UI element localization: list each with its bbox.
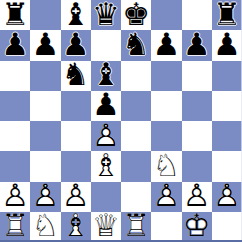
piece-glyph: ♞: [61, 61, 91, 91]
square-a7[interactable]: ♟: [0, 30, 30, 60]
square-h4[interactable]: [212, 121, 242, 151]
square-f5[interactable]: [151, 91, 181, 121]
piece-fill-layer: ♚: [182, 212, 212, 242]
square-e3[interactable]: [121, 151, 151, 181]
square-e6[interactable]: [121, 61, 151, 91]
square-c1[interactable]: ♝♗: [61, 212, 91, 242]
square-d8[interactable]: ♛: [91, 0, 121, 30]
piece-fill-layer: ♜: [0, 212, 30, 242]
square-a3[interactable]: [0, 151, 30, 181]
square-c2[interactable]: ♟♙: [61, 182, 91, 212]
piece-glyph: ♝: [61, 0, 91, 30]
white-pawn-icon[interactable]: ♟♙: [91, 121, 121, 151]
square-g3[interactable]: [182, 151, 212, 181]
square-c7[interactable]: ♟: [61, 30, 91, 60]
square-h1[interactable]: [212, 212, 242, 242]
white-pawn-icon[interactable]: ♟♙: [182, 182, 212, 212]
piece-glyph: ♞: [121, 30, 151, 60]
white-pawn-icon[interactable]: ♟♙: [151, 182, 181, 212]
board-right-edge-line: [241, 0, 242, 240]
square-a5[interactable]: [0, 91, 30, 121]
white-rook-icon[interactable]: ♜♖: [121, 212, 151, 242]
square-f6[interactable]: [151, 61, 181, 91]
square-b8[interactable]: [30, 0, 60, 30]
square-a4[interactable]: [0, 121, 30, 151]
square-e2[interactable]: [121, 182, 151, 212]
square-g1[interactable]: ♚♔: [182, 212, 212, 242]
white-pawn-icon[interactable]: ♟♙: [61, 182, 91, 212]
square-b3[interactable]: [30, 151, 60, 181]
square-g2[interactable]: ♟♙: [182, 182, 212, 212]
white-pawn-icon[interactable]: ♟♙: [212, 182, 242, 212]
square-a6[interactable]: [0, 61, 30, 91]
square-c4[interactable]: [61, 121, 91, 151]
square-a8[interactable]: ♜: [0, 0, 30, 30]
square-g8[interactable]: [182, 0, 212, 30]
square-a2[interactable]: ♟♙: [0, 182, 30, 212]
square-g7[interactable]: ♟: [182, 30, 212, 60]
square-b5[interactable]: [30, 91, 60, 121]
black-pawn-icon[interactable]: ♟: [30, 30, 60, 60]
piece-outline-layer: ♗: [61, 212, 91, 242]
piece-outline-layer: ♕: [91, 212, 121, 242]
square-c8[interactable]: ♝: [61, 0, 91, 30]
piece-fill-layer: ♟: [30, 182, 60, 212]
square-h3[interactable]: [212, 151, 242, 181]
black-knight-icon[interactable]: ♞: [121, 30, 151, 60]
square-a1[interactable]: ♜♖: [0, 212, 30, 242]
square-g6[interactable]: [182, 61, 212, 91]
piece-glyph: ♟: [0, 30, 30, 60]
white-bishop-icon[interactable]: ♝♗: [91, 151, 121, 181]
white-knight-icon[interactable]: ♞♘: [30, 212, 60, 242]
piece-glyph: ♟: [182, 30, 212, 60]
square-f8[interactable]: [151, 0, 181, 30]
black-pawn-icon[interactable]: ♟: [61, 30, 91, 60]
square-f3[interactable]: ♞♘: [151, 151, 181, 181]
square-f7[interactable]: ♟: [151, 30, 181, 60]
piece-fill-layer: ♟: [61, 182, 91, 212]
piece-glyph: ♟: [91, 91, 121, 121]
square-d1[interactable]: ♛♕: [91, 212, 121, 242]
piece-outline-layer: ♙: [61, 182, 91, 212]
piece-outline-layer: ♙: [182, 182, 212, 212]
piece-fill-layer: ♜: [121, 212, 151, 242]
piece-glyph: ♚: [121, 0, 151, 30]
square-d7[interactable]: [91, 30, 121, 60]
white-pawn-icon[interactable]: ♟♙: [30, 182, 60, 212]
square-d2[interactable]: [91, 182, 121, 212]
piece-outline-layer: ♙: [30, 182, 60, 212]
piece-glyph: ♜: [212, 0, 242, 30]
piece-fill-layer: ♝: [61, 212, 91, 242]
square-d6[interactable]: ♝: [91, 61, 121, 91]
piece-outline-layer: ♗: [91, 151, 121, 181]
square-g5[interactable]: [182, 91, 212, 121]
square-b4[interactable]: [30, 121, 60, 151]
piece-fill-layer: ♟: [0, 182, 30, 212]
piece-outline-layer: ♖: [121, 212, 151, 242]
piece-outline-layer: ♙: [212, 182, 242, 212]
square-c6[interactable]: ♞: [61, 61, 91, 91]
white-bishop-icon[interactable]: ♝♗: [61, 212, 91, 242]
white-king-icon[interactable]: ♚♔: [182, 212, 212, 242]
piece-glyph: ♟: [61, 30, 91, 60]
black-bishop-icon[interactable]: ♝: [61, 0, 91, 30]
piece-fill-layer: ♟: [212, 182, 242, 212]
square-e7[interactable]: ♞: [121, 30, 151, 60]
black-pawn-icon[interactable]: ♟: [182, 30, 212, 60]
square-f1[interactable]: [151, 212, 181, 242]
piece-glyph: ♝: [91, 61, 121, 91]
square-b6[interactable]: [30, 61, 60, 91]
piece-fill-layer: ♞: [30, 212, 60, 242]
square-h8[interactable]: ♜: [212, 0, 242, 30]
square-e4[interactable]: [121, 121, 151, 151]
piece-outline-layer: ♙: [151, 182, 181, 212]
black-queen-icon[interactable]: ♛: [91, 0, 121, 30]
square-b1[interactable]: ♞♘: [30, 212, 60, 242]
square-f2[interactable]: ♟♙: [151, 182, 181, 212]
piece-glyph: ♟: [212, 30, 242, 60]
piece-outline-layer: ♙: [91, 121, 121, 151]
square-h7[interactable]: ♟: [212, 30, 242, 60]
piece-fill-layer: ♟: [182, 182, 212, 212]
square-e5[interactable]: [121, 91, 151, 121]
piece-fill-layer: ♝: [91, 151, 121, 181]
black-pawn-icon[interactable]: ♟: [212, 30, 242, 60]
piece-glyph: ♟: [30, 30, 60, 60]
piece-outline-layer: ♘: [151, 151, 181, 181]
piece-outline-layer: ♖: [0, 212, 30, 242]
black-knight-icon[interactable]: ♞: [61, 61, 91, 91]
chess-board: ♜♝♛♚♜♟♟♟♞♟♟♟♞♝♟♟♙♝♗♞♘♟♙♟♙♟♙♟♙♟♙♟♙♜♖♞♘♝♗♛…: [0, 0, 242, 242]
piece-glyph: ♛: [91, 0, 121, 30]
square-c5[interactable]: [61, 91, 91, 121]
white-rook-icon[interactable]: ♜♖: [0, 212, 30, 242]
piece-fill-layer: ♛: [91, 212, 121, 242]
square-h2[interactable]: ♟♙: [212, 182, 242, 212]
black-bishop-icon[interactable]: ♝: [91, 61, 121, 91]
white-knight-icon[interactable]: ♞♘: [151, 151, 181, 181]
black-rook-icon[interactable]: ♜: [0, 0, 30, 30]
square-h5[interactable]: [212, 91, 242, 121]
black-pawn-icon[interactable]: ♟: [91, 91, 121, 121]
white-queen-icon[interactable]: ♛♕: [91, 212, 121, 242]
square-e8[interactable]: ♚: [121, 0, 151, 30]
square-g4[interactable]: [182, 121, 212, 151]
piece-outline-layer: ♔: [182, 212, 212, 242]
piece-outline-layer: ♘: [30, 212, 60, 242]
black-rook-icon[interactable]: ♜: [212, 0, 242, 30]
piece-fill-layer: ♞: [151, 151, 181, 181]
piece-glyph: ♟: [151, 30, 181, 60]
white-pawn-icon[interactable]: ♟♙: [0, 182, 30, 212]
square-e1[interactable]: ♜♖: [121, 212, 151, 242]
square-d3[interactable]: ♝♗: [91, 151, 121, 181]
black-pawn-icon[interactable]: ♟: [151, 30, 181, 60]
square-h6[interactable]: [212, 61, 242, 91]
square-b2[interactable]: ♟♙: [30, 182, 60, 212]
piece-fill-layer: ♟: [91, 121, 121, 151]
piece-outline-layer: ♙: [0, 182, 30, 212]
black-pawn-icon[interactable]: ♟: [0, 30, 30, 60]
square-d4[interactable]: ♟♙: [91, 121, 121, 151]
black-king-icon[interactable]: ♚: [121, 0, 151, 30]
square-c3[interactable]: [61, 151, 91, 181]
square-d5[interactable]: ♟: [91, 91, 121, 121]
square-b7[interactable]: ♟: [30, 30, 60, 60]
piece-fill-layer: ♟: [151, 182, 181, 212]
square-f4[interactable]: [151, 121, 181, 151]
piece-glyph: ♜: [0, 0, 30, 30]
